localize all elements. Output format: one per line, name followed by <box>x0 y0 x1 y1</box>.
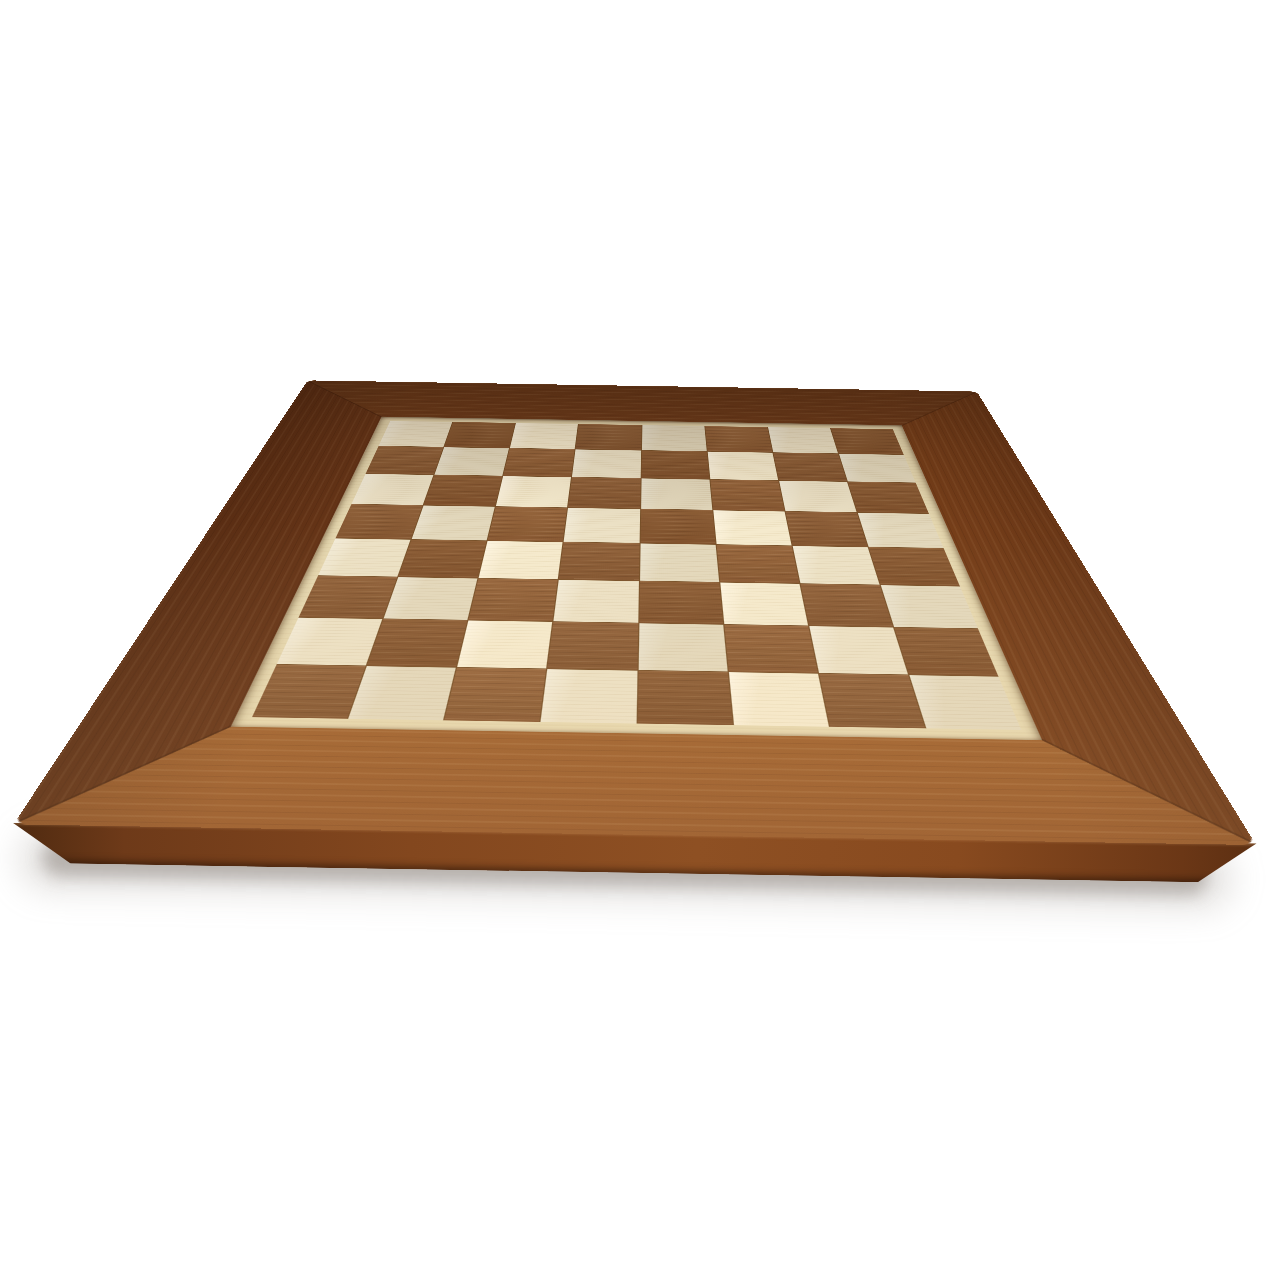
square-c7[interactable] <box>503 448 575 477</box>
square-f4[interactable] <box>716 544 799 583</box>
square-e7[interactable] <box>641 451 709 480</box>
square-g5[interactable] <box>785 512 867 547</box>
square-b3[interactable] <box>384 577 478 620</box>
square-b1[interactable] <box>348 666 456 720</box>
square-h4[interactable] <box>869 547 960 586</box>
square-e8[interactable] <box>642 425 707 451</box>
square-b2[interactable] <box>367 619 467 667</box>
square-d8[interactable] <box>576 424 641 450</box>
square-a5[interactable] <box>336 504 423 539</box>
square-e4[interactable] <box>640 543 719 582</box>
square-d7[interactable] <box>572 449 640 478</box>
square-e6[interactable] <box>641 479 712 511</box>
square-h8[interactable] <box>831 428 904 454</box>
square-b4[interactable] <box>399 539 487 577</box>
square-h5[interactable] <box>858 513 944 548</box>
square-d5[interactable] <box>564 508 640 543</box>
square-g3[interactable] <box>800 584 893 627</box>
square-f7[interactable] <box>707 452 778 481</box>
square-d1[interactable] <box>541 669 637 723</box>
square-h6[interactable] <box>848 482 929 514</box>
square-a6[interactable] <box>351 474 433 505</box>
square-f6[interactable] <box>710 480 784 512</box>
square-b8[interactable] <box>444 422 515 448</box>
square-f3[interactable] <box>720 582 808 625</box>
square-f1[interactable] <box>728 672 828 727</box>
square-c1[interactable] <box>445 668 547 722</box>
chess-board <box>13 380 1256 845</box>
square-c2[interactable] <box>457 620 552 668</box>
square-c4[interactable] <box>479 541 563 579</box>
square-f2[interactable] <box>724 625 818 673</box>
square-f5[interactable] <box>713 510 791 545</box>
square-c8[interactable] <box>510 423 578 449</box>
square-c3[interactable] <box>469 578 558 621</box>
square-g1[interactable] <box>819 674 925 729</box>
product-photo-scene <box>0 0 1280 1280</box>
square-b6[interactable] <box>424 475 503 506</box>
square-g7[interactable] <box>773 453 847 482</box>
square-e3[interactable] <box>639 581 723 624</box>
square-d6[interactable] <box>568 477 640 508</box>
square-a4[interactable] <box>318 538 410 576</box>
playing-field <box>252 421 1021 730</box>
square-g6[interactable] <box>779 481 857 513</box>
square-f8[interactable] <box>705 426 772 452</box>
square-g8[interactable] <box>768 427 838 453</box>
square-b7[interactable] <box>435 447 510 476</box>
square-g2[interactable] <box>809 626 908 674</box>
square-g4[interactable] <box>792 546 879 585</box>
square-h7[interactable] <box>839 454 916 483</box>
square-d2[interactable] <box>548 622 638 670</box>
square-c5[interactable] <box>488 507 567 542</box>
board-tilt-wrapper <box>0 0 1280 1280</box>
square-d3[interactable] <box>554 580 639 623</box>
square-a8[interactable] <box>379 421 453 447</box>
square-c6[interactable] <box>496 476 571 507</box>
square-d4[interactable] <box>559 542 639 580</box>
square-a7[interactable] <box>366 446 444 474</box>
square-b5[interactable] <box>412 506 495 541</box>
square-e1[interactable] <box>637 671 732 726</box>
square-e2[interactable] <box>638 623 727 671</box>
square-e5[interactable] <box>640 509 715 544</box>
